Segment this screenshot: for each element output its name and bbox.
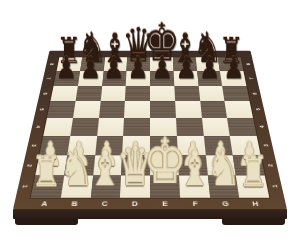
rank-label-left-7: 7 [36,75,61,82]
file-label-top-e: E [150,53,173,56]
rank-label-right-6: 6 [241,90,267,98]
square-g6[interactable] [198,86,224,102]
square-h1[interactable]: ♜ [236,176,269,198]
rank-label-left-5: 5 [29,105,56,113]
square-h4[interactable] [227,118,256,136]
piece-black-pawn[interactable]: ♟ [79,52,100,83]
piece-black-pawn[interactable]: ♟ [151,52,172,83]
rank-label-right-5: 5 [244,105,271,113]
piece-black-pawn[interactable]: ♟ [175,52,196,83]
file-label-top-d: D [127,53,150,56]
square-e5[interactable] [150,101,176,118]
square-d7[interactable]: ♟ [126,71,150,86]
file-label-top-h: H [217,53,240,56]
square-e7[interactable]: ♟ [150,71,174,86]
board-foot-right [222,218,285,225]
square-g4[interactable] [202,118,230,136]
square-g7[interactable]: ♟ [197,71,223,86]
board-grid: ♜♞♝♛♚♝♞♜♟♟♟♟♟♟♟♟♟♟♟♟♟♟♟♟♜♞♝♛♚♝♞♜ [31,57,270,197]
square-c6[interactable] [100,86,126,102]
rank-label-left-6: 6 [33,90,59,98]
square-f6[interactable] [174,86,200,102]
square-e6[interactable] [150,86,175,102]
square-b7[interactable]: ♟ [78,71,104,86]
file-label-top-c: C [105,53,128,56]
square-b5[interactable] [73,101,100,118]
piece-white-knight[interactable]: ♞ [207,144,242,193]
piece-black-pawn[interactable]: ♟ [127,52,148,83]
rank-label-right-8: 8 [236,61,261,68]
file-label-top-f: F [172,53,195,56]
square-f1[interactable]: ♝ [179,176,210,198]
file-label-top-b: B [82,53,105,56]
file-label-e: E [150,201,180,207]
board-scene: ♜♞♝♛♚♝♞♜♟♟♟♟♟♟♟♟♟♟♟♟♟♟♟♟♜♞♝♛♚♝♞♜ ABCDEFG… [34,2,266,234]
file-labels-bottom: ABCDEFGH [28,198,271,210]
square-c5[interactable] [99,101,126,118]
piece-black-pawn[interactable]: ♟ [103,52,124,83]
square-f5[interactable] [175,101,202,118]
file-label-top-g: G [195,53,218,56]
square-c4[interactable] [97,118,125,136]
square-b4[interactable] [70,118,98,136]
file-label-c: C [89,201,120,207]
square-b6[interactable] [75,86,101,102]
square-a4[interactable] [43,118,72,136]
square-c7[interactable]: ♟ [102,71,127,86]
square-g1[interactable]: ♞ [207,176,239,198]
square-e1[interactable]: ♚ [150,176,180,198]
piece-white-rook[interactable]: ♜ [32,151,62,194]
square-f7[interactable]: ♟ [173,71,198,86]
file-label-g: G [210,201,241,207]
file-label-f: F [180,201,211,207]
piece-white-rook[interactable]: ♜ [239,151,269,194]
file-label-b: B [59,201,90,207]
square-d5[interactable] [124,101,150,118]
file-label-h: H [240,201,271,207]
square-g5[interactable] [200,101,227,118]
square-d6[interactable] [125,86,150,102]
chess-set-photo: ♜♞♝♛♚♝♞♜♟♟♟♟♟♟♟♟♟♟♟♟♟♟♟♟♜♞♝♛♚♝♞♜ ABCDEFG… [0,0,300,251]
file-label-d: D [120,201,150,207]
rank-label-left-8: 8 [40,61,65,68]
board-foot-left [15,218,78,225]
file-label-a: A [29,201,60,207]
chess-board: ♜♞♝♛♚♝♞♜♟♟♟♟♟♟♟♟♟♟♟♟♟♟♟♟♜♞♝♛♚♝♞♜ ABCDEFG… [13,51,287,210]
piece-black-pawn[interactable]: ♟ [199,52,220,83]
file-label-top-a: A [60,53,83,56]
rank-label-right-7: 7 [238,75,263,82]
